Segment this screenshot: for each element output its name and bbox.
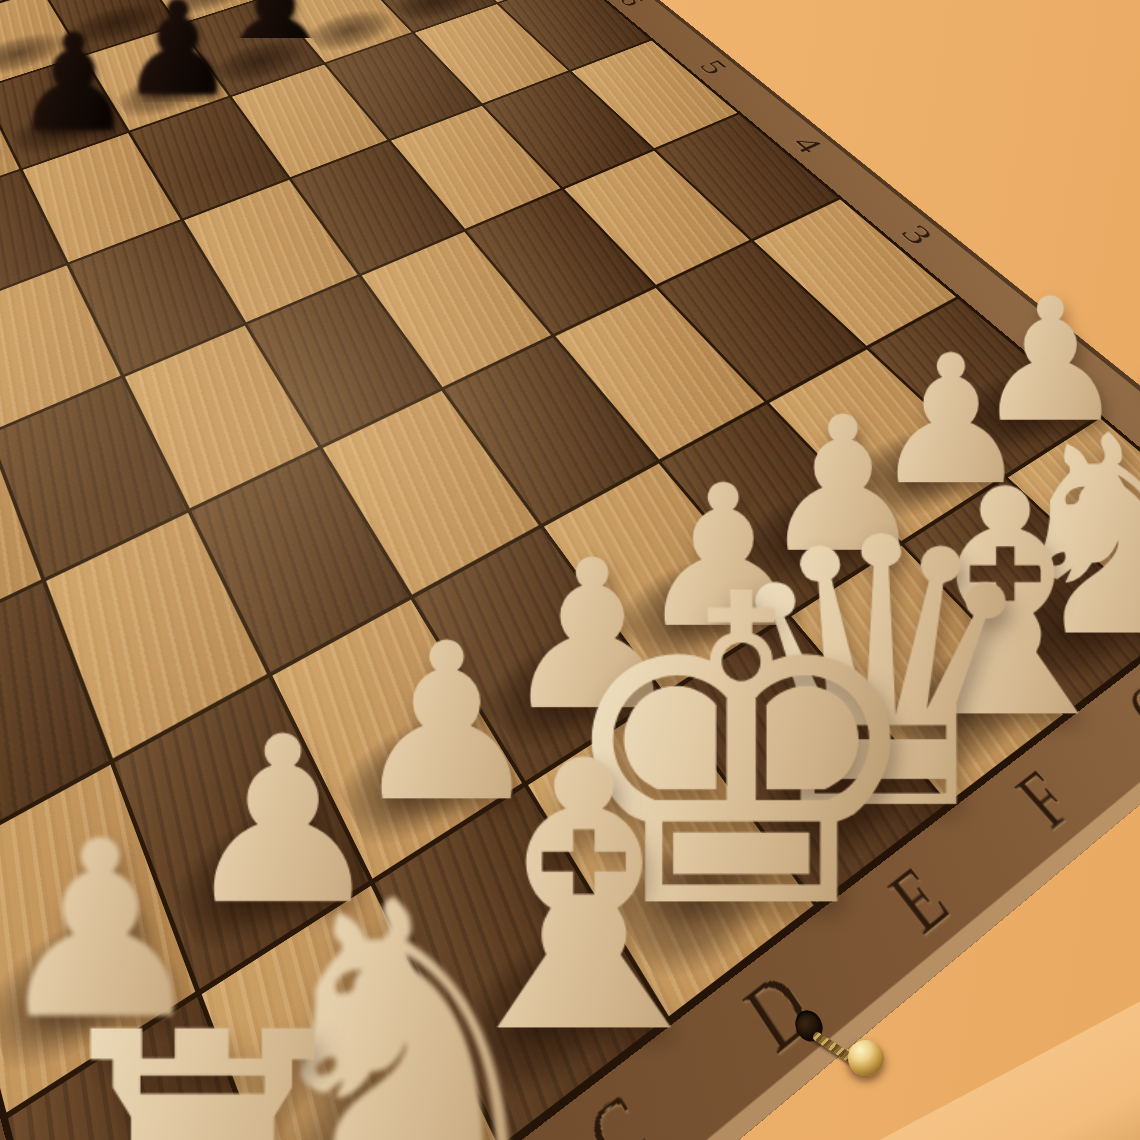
rank-label-3: 3: [892, 220, 941, 250]
board-squares: ♜♞♝♚♛♝♞♜♟♟♟♟♟♟♟♟♟♟♟♟♟♟♟♟♜♞♝♚♛♝♞♜: [0, 0, 1140, 1140]
white-rook-a1: ♜: [0, 991, 459, 1140]
rank-label-6: 6: [611, 0, 651, 10]
brass-screw: [790, 1000, 920, 1100]
screw-head-icon: [848, 1040, 884, 1076]
square-a1: ♜: [8, 996, 309, 1140]
board-frame: ♜♞♝♚♛♝♞♜♟♟♟♟♟♟♟♟♟♟♟♟♟♟♟♟♜♞♝♚♛♝♞♜ ABCDEFG…: [0, 0, 1140, 1140]
rank-label-5: 5: [692, 56, 735, 78]
rank-label-4: 4: [785, 132, 831, 158]
black-pawn-b7: ♟: [0, 54, 88, 187]
chess-board: ♜♞♝♚♛♝♞♜♟♟♟♟♟♟♟♟♟♟♟♟♟♟♟♟♜♞♝♚♛♝♞♜ ABCDEFG…: [0, 0, 1140, 1140]
scene: ♜♞♝♚♛♝♞♜♟♟♟♟♟♟♟♟♟♟♟♟♟♟♟♟♜♞♝♚♛♝♞♜ ABCDEFG…: [0, 0, 1140, 1140]
photo-stage: ♜♞♝♚♛♝♞♜♟♟♟♟♟♟♟♟♟♟♟♟♟♟♟♟♜♞♝♚♛♝♞♜ ABCDEFG…: [0, 0, 1140, 1140]
